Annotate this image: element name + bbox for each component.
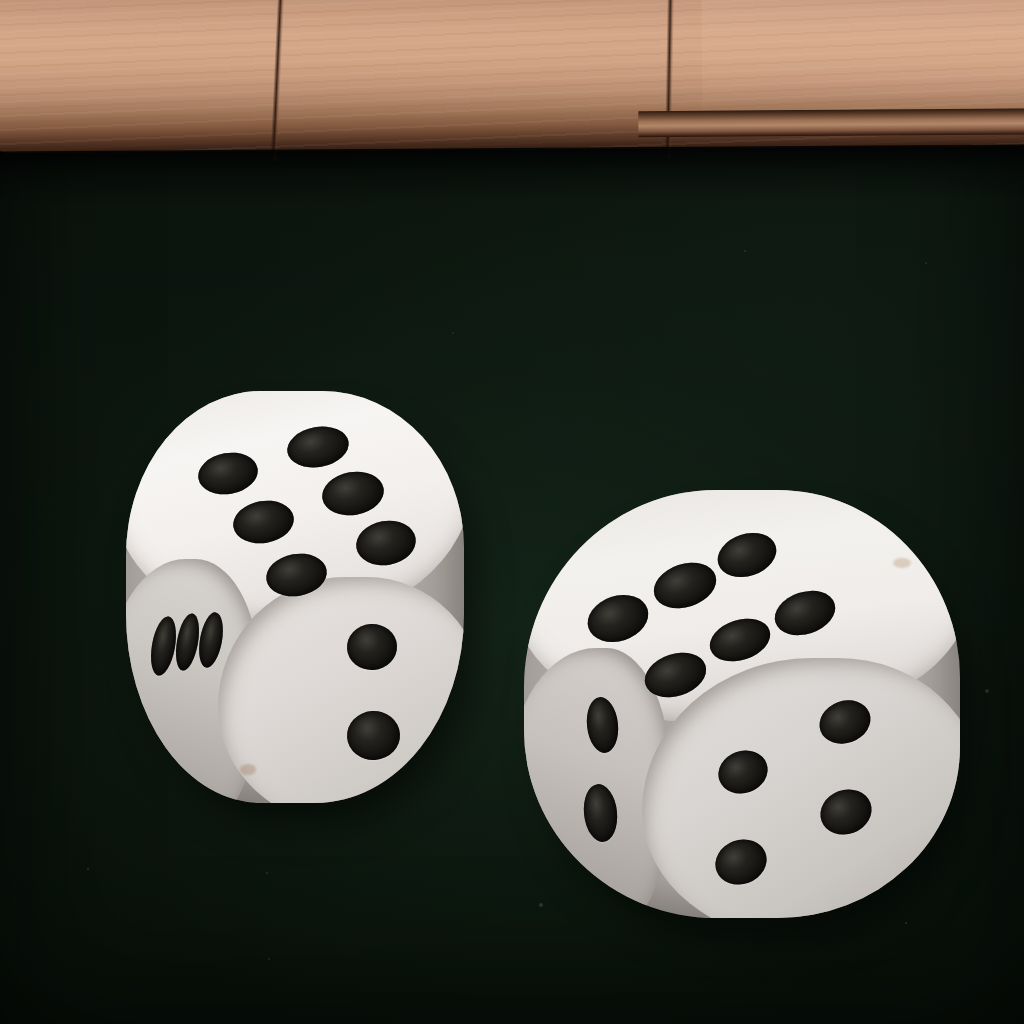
die-pip-side (584, 696, 621, 755)
die-pip-front (709, 832, 773, 891)
rail-shadow (0, 145, 1024, 208)
die-right-pips (524, 490, 960, 918)
die-pip-front (814, 782, 878, 841)
wooden-rail (0, 0, 1024, 154)
wood-ledge (638, 108, 1024, 137)
die-surface-stain (893, 558, 911, 568)
die-pip-top (582, 587, 655, 649)
die-left[interactable] (126, 391, 464, 803)
die-pip-top (769, 583, 841, 642)
die-pip-top (704, 611, 775, 668)
die-pip-top (195, 448, 261, 499)
die-left-pips (126, 391, 464, 803)
die-right[interactable] (524, 490, 960, 918)
die-pip-top (648, 555, 722, 616)
die-pip-top (229, 496, 296, 548)
die-pip-side (581, 782, 620, 843)
die-pip-front (345, 622, 398, 671)
die-pip-top (262, 549, 329, 601)
die-pip-front (345, 709, 401, 762)
die-pip-top (319, 466, 388, 519)
die-pip-side (195, 611, 226, 670)
die-surface-stain (240, 764, 256, 775)
die-pip-top (284, 422, 352, 472)
die-pip-front (813, 693, 876, 750)
die-pip-front (712, 744, 773, 801)
die-pip-side (172, 612, 203, 673)
die-pip-top (353, 516, 420, 570)
die-pip-top (712, 526, 782, 584)
die-pip-side (146, 614, 179, 677)
dice-photo-scene (0, 0, 1024, 1024)
die-pip-top (639, 645, 712, 704)
